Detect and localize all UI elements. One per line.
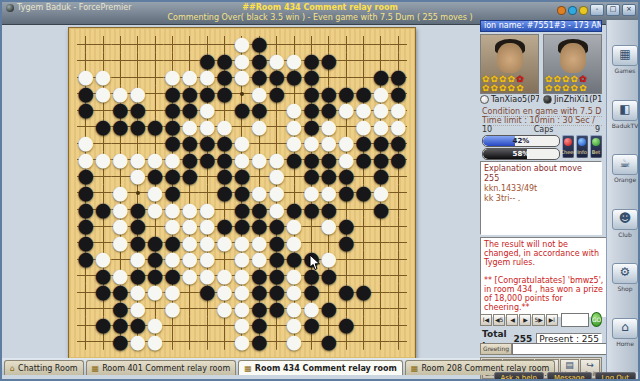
board-cell[interactable]: ● xyxy=(94,201,111,218)
board-cell[interactable]: ● xyxy=(164,102,181,119)
board-cell[interactable]: ● xyxy=(268,251,285,268)
board-cell[interactable]: ● xyxy=(233,102,250,119)
board-cell[interactable]: ● xyxy=(199,102,216,119)
minimize-button[interactable]: - xyxy=(590,4,604,16)
board-cell[interactable] xyxy=(164,317,181,334)
nav-button[interactable]: ▶l xyxy=(546,314,558,326)
board-cell[interactable]: ● xyxy=(251,317,268,334)
board-cell[interactable] xyxy=(390,168,407,185)
board-cell[interactable]: ● xyxy=(285,69,302,86)
board-cell[interactable] xyxy=(77,119,94,136)
board-cell[interactable] xyxy=(390,267,407,284)
board-cell[interactable]: ● xyxy=(94,119,111,136)
board-cell[interactable] xyxy=(146,135,163,152)
orb-icon[interactable] xyxy=(568,6,577,15)
key-icon[interactable] xyxy=(579,6,588,15)
board-cell[interactable]: ● xyxy=(320,119,337,136)
board-cell[interactable]: ● xyxy=(338,185,355,202)
board-cell[interactable] xyxy=(320,284,337,301)
board-cell[interactable] xyxy=(355,300,372,317)
board-cell[interactable] xyxy=(285,185,302,202)
board-cell[interactable] xyxy=(216,102,233,119)
board-cell[interactable]: ● xyxy=(303,135,320,152)
board-cell[interactable] xyxy=(320,36,337,53)
board-cell[interactable]: ● xyxy=(112,201,129,218)
board-cell[interactable]: ● xyxy=(233,333,250,350)
board-cell[interactable]: ● xyxy=(112,234,129,251)
board-cell[interactable] xyxy=(164,53,181,70)
board-cell[interactable]: ● xyxy=(112,284,129,301)
board-cell[interactable]: ● xyxy=(77,251,94,268)
board-cell[interactable]: ● xyxy=(164,69,181,86)
board-cell[interactable] xyxy=(129,69,146,86)
board-cell[interactable] xyxy=(390,53,407,70)
board-cell[interactable] xyxy=(94,102,111,119)
board-cell[interactable]: ● xyxy=(303,201,320,218)
board-cell[interactable]: ● xyxy=(320,185,337,202)
board-cell[interactable]: ● xyxy=(216,185,233,202)
board-cell[interactable]: ● xyxy=(146,284,163,301)
board-cell[interactable] xyxy=(181,284,198,301)
board-cell[interactable]: ● xyxy=(77,168,94,185)
board-cell[interactable]: ● xyxy=(251,185,268,202)
board-cell[interactable] xyxy=(146,53,163,70)
board-cell[interactable] xyxy=(233,86,250,103)
board-cell[interactable]: ● xyxy=(199,234,216,251)
board-cell[interactable]: ● xyxy=(268,152,285,169)
board-cell[interactable] xyxy=(199,317,216,334)
board-cell[interactable] xyxy=(372,53,389,70)
board-cell[interactable]: ● xyxy=(285,267,302,284)
board-cell[interactable] xyxy=(94,168,111,185)
board-cell[interactable]: ● xyxy=(129,251,146,268)
board-cell[interactable] xyxy=(390,284,407,301)
board-cell[interactable] xyxy=(372,218,389,235)
board-cell[interactable]: ● xyxy=(390,119,407,136)
board-cell[interactable]: ● xyxy=(146,251,163,268)
board-cell[interactable]: ● xyxy=(216,300,233,317)
board-cell[interactable]: ● xyxy=(233,135,250,152)
board-cell[interactable] xyxy=(199,168,216,185)
board-cell[interactable]: ● xyxy=(216,234,233,251)
board-cell[interactable] xyxy=(338,201,355,218)
board-cell[interactable]: ● xyxy=(268,300,285,317)
board-cell[interactable] xyxy=(372,284,389,301)
board-cell[interactable] xyxy=(320,69,337,86)
toolbar-item-baduktv[interactable]: ◧BadukTV xyxy=(612,100,639,129)
cheer-button[interactable]: Cheer xyxy=(562,135,574,158)
board-cell[interactable] xyxy=(77,267,94,284)
board-cell[interactable] xyxy=(94,333,111,350)
board-cell[interactable]: ● xyxy=(129,218,146,235)
board-cell[interactable] xyxy=(355,53,372,70)
board-cell[interactable] xyxy=(268,333,285,350)
board-cell[interactable] xyxy=(355,36,372,53)
board-cell[interactable] xyxy=(216,317,233,334)
board-cell[interactable] xyxy=(112,135,129,152)
board-cell[interactable]: ● xyxy=(251,300,268,317)
board-cell[interactable]: ● xyxy=(338,218,355,235)
nav-button[interactable]: 5▶ xyxy=(532,314,544,326)
board-cell[interactable] xyxy=(77,53,94,70)
toolbar-item-shop[interactable]: ⚙Shop xyxy=(612,263,638,292)
board-cell[interactable]: ● xyxy=(216,69,233,86)
board-cell[interactable] xyxy=(390,234,407,251)
board-cell[interactable]: ● xyxy=(181,251,198,268)
board-cell[interactable] xyxy=(355,168,372,185)
board-cell[interactable]: ● xyxy=(164,267,181,284)
board-cell[interactable]: ● xyxy=(233,185,250,202)
board-cell[interactable]: ● xyxy=(320,251,337,268)
board-cell[interactable]: ● xyxy=(181,168,198,185)
board-cell[interactable] xyxy=(268,317,285,334)
board-cell[interactable]: ● xyxy=(129,152,146,169)
board-cell[interactable]: ● xyxy=(285,333,302,350)
board-cell[interactable] xyxy=(268,135,285,152)
board-cell[interactable] xyxy=(216,36,233,53)
move-number-input[interactable] xyxy=(561,313,589,327)
board-cell[interactable]: ● xyxy=(112,152,129,169)
board-cell[interactable]: ● xyxy=(251,53,268,70)
board-cell[interactable]: ● xyxy=(372,168,389,185)
board-cell[interactable] xyxy=(129,185,146,202)
nav-button[interactable]: ▶ xyxy=(519,314,531,326)
board-cell[interactable] xyxy=(94,36,111,53)
board-cell[interactable]: ● xyxy=(181,152,198,169)
board-cell[interactable]: ● xyxy=(181,218,198,235)
board-cell[interactable] xyxy=(94,300,111,317)
board-cell[interactable]: ● xyxy=(303,267,320,284)
board-cell[interactable]: ● xyxy=(199,284,216,301)
board-cell[interactable] xyxy=(268,36,285,53)
board-cell[interactable]: ● xyxy=(233,218,250,235)
board-cell[interactable] xyxy=(390,317,407,334)
board-cell[interactable]: ● xyxy=(355,185,372,202)
close-button[interactable]: × xyxy=(622,4,636,16)
tab-room-401-comment-relay-room[interactable]: ▦Room 401 Comment relay room xyxy=(86,360,237,375)
board-cell[interactable] xyxy=(338,267,355,284)
board-cell[interactable]: ● xyxy=(303,53,320,70)
board-cell[interactable]: ● xyxy=(390,152,407,169)
nav-button[interactable]: ◀ xyxy=(506,314,518,326)
board-cell[interactable]: ● xyxy=(216,218,233,235)
board-cell[interactable]: ● xyxy=(285,135,302,152)
board-cell[interactable]: ● xyxy=(233,69,250,86)
board-cell[interactable]: ● xyxy=(251,267,268,284)
board-cell[interactable] xyxy=(390,36,407,53)
greeting-dropdown[interactable]: Greeting xyxy=(480,343,512,355)
board-cell[interactable] xyxy=(338,251,355,268)
board-cell[interactable]: ● xyxy=(251,86,268,103)
board-cell[interactable] xyxy=(181,185,198,202)
board-cell[interactable]: ● xyxy=(390,135,407,152)
board-cell[interactable]: ● xyxy=(355,86,372,103)
board-cell[interactable] xyxy=(251,135,268,152)
board-cell[interactable]: ● xyxy=(94,284,111,301)
board-cell[interactable] xyxy=(355,218,372,235)
board-cell[interactable]: ● xyxy=(320,333,337,350)
board-cell[interactable] xyxy=(355,267,372,284)
board-cell[interactable] xyxy=(355,234,372,251)
board-cell[interactable]: ● xyxy=(129,284,146,301)
board-cell[interactable]: ● xyxy=(199,201,216,218)
board-cell[interactable]: ● xyxy=(338,168,355,185)
board-cell[interactable] xyxy=(146,86,163,103)
board-cell[interactable] xyxy=(146,36,163,53)
board-cell[interactable]: ● xyxy=(216,267,233,284)
board-cell[interactable] xyxy=(77,36,94,53)
board-cell[interactable]: ● xyxy=(268,86,285,103)
board-cell[interactable]: ● xyxy=(320,135,337,152)
maximize-button[interactable]: □ xyxy=(606,4,620,16)
board-cell[interactable]: ● xyxy=(268,218,285,235)
board-cell[interactable]: ● xyxy=(129,267,146,284)
board-cell[interactable]: ● xyxy=(355,102,372,119)
board-cell[interactable]: ● xyxy=(233,168,250,185)
board-cell[interactable]: ● xyxy=(320,152,337,169)
board-cell[interactable] xyxy=(146,218,163,235)
board-cell[interactable]: ● xyxy=(303,69,320,86)
board-cell[interactable] xyxy=(372,300,389,317)
board-cell[interactable] xyxy=(112,251,129,268)
board-cell[interactable]: ● xyxy=(285,152,302,169)
board-cell[interactable] xyxy=(129,135,146,152)
board-cell[interactable]: ● xyxy=(338,284,355,301)
board-cell[interactable]: ● xyxy=(112,102,129,119)
board-cell[interactable] xyxy=(129,53,146,70)
board-cell[interactable] xyxy=(112,36,129,53)
board-cell[interactable]: ● xyxy=(216,284,233,301)
board-cell[interactable]: ● xyxy=(129,317,146,334)
board-cell[interactable]: ● xyxy=(268,267,285,284)
board-cell[interactable]: ● xyxy=(129,86,146,103)
board-cell[interactable]: ● xyxy=(285,119,302,136)
board-cell[interactable]: ● xyxy=(146,201,163,218)
board-cell[interactable]: ● xyxy=(268,168,285,185)
board-cell[interactable] xyxy=(355,201,372,218)
board-cell[interactable]: ● xyxy=(181,267,198,284)
board-cell[interactable] xyxy=(199,333,216,350)
board-cell[interactable] xyxy=(199,36,216,53)
board-cell[interactable] xyxy=(303,36,320,53)
board-cell[interactable]: ● xyxy=(164,234,181,251)
board-cell[interactable] xyxy=(94,185,111,202)
board-cell[interactable]: ● xyxy=(320,53,337,70)
board-cell[interactable]: ● xyxy=(372,86,389,103)
board-cell[interactable] xyxy=(303,218,320,235)
board-cell[interactable]: ● xyxy=(164,201,181,218)
board-cell[interactable]: ● xyxy=(268,284,285,301)
board-cell[interactable] xyxy=(338,300,355,317)
board-cell[interactable]: ● xyxy=(251,152,268,169)
board-cell[interactable]: ● xyxy=(233,53,250,70)
board-cell[interactable]: ● xyxy=(320,300,337,317)
board-cell[interactable]: ● xyxy=(94,251,111,268)
board-cell[interactable] xyxy=(216,201,233,218)
board-cell[interactable] xyxy=(320,317,337,334)
board-cell[interactable]: ● xyxy=(199,53,216,70)
board-cell[interactable]: ● xyxy=(94,152,111,169)
board-cell[interactable]: ● xyxy=(233,152,250,169)
board-cell[interactable] xyxy=(338,69,355,86)
board-cell[interactable]: ● xyxy=(285,53,302,70)
board-cell[interactable] xyxy=(77,300,94,317)
go-button[interactable]: GO xyxy=(591,312,602,327)
board-cell[interactable]: ● xyxy=(338,152,355,169)
board-cell[interactable]: ● xyxy=(199,135,216,152)
board-cell[interactable]: ● xyxy=(372,201,389,218)
board-cell[interactable]: ● xyxy=(251,102,268,119)
board-cell[interactable]: ● xyxy=(285,284,302,301)
board-cell[interactable]: ● xyxy=(372,119,389,136)
board-cell[interactable]: ● xyxy=(320,168,337,185)
board-cell[interactable] xyxy=(338,333,355,350)
board-cell[interactable] xyxy=(320,234,337,251)
board-cell[interactable] xyxy=(372,36,389,53)
board-cell[interactable]: ● xyxy=(129,333,146,350)
board-cell[interactable]: ● xyxy=(233,317,250,334)
board-cell[interactable]: ● xyxy=(320,102,337,119)
skin-icon[interactable] xyxy=(557,6,566,15)
board-cell[interactable]: ● xyxy=(146,317,163,334)
board-cell[interactable]: ● xyxy=(372,135,389,152)
board-cell[interactable]: ● xyxy=(320,218,337,235)
board-cell[interactable]: ● xyxy=(338,135,355,152)
board-cell[interactable]: ● xyxy=(129,234,146,251)
board-cell[interactable]: ● xyxy=(77,102,94,119)
board-cell[interactable]: ● xyxy=(164,86,181,103)
board-cell[interactable] xyxy=(372,333,389,350)
board-cell[interactable]: ● xyxy=(233,201,250,218)
board-cell[interactable] xyxy=(390,333,407,350)
board-cell[interactable]: ● xyxy=(94,69,111,86)
board-cell[interactable]: ● xyxy=(216,86,233,103)
board-cell[interactable]: ● xyxy=(199,152,216,169)
board-cell[interactable]: ● xyxy=(233,251,250,268)
board-cell[interactable]: ● xyxy=(181,135,198,152)
board-cell[interactable]: ● xyxy=(233,234,250,251)
nav-button[interactable]: l◀ xyxy=(480,314,492,326)
board-cell[interactable] xyxy=(94,53,111,70)
board-cell[interactable] xyxy=(146,102,163,119)
board-cell[interactable]: ● xyxy=(199,251,216,268)
board-cell[interactable]: ● xyxy=(94,317,111,334)
board-cell[interactable] xyxy=(355,251,372,268)
board-cell[interactable]: ● xyxy=(164,284,181,301)
board-cell[interactable] xyxy=(94,135,111,152)
message-button[interactable]: Message xyxy=(547,372,592,381)
board-cell[interactable]: ● xyxy=(164,300,181,317)
board-cell[interactable]: ● xyxy=(216,152,233,169)
toolbar-item-games[interactable]: ▦Games xyxy=(612,45,638,74)
board-cell[interactable]: ● xyxy=(390,86,407,103)
tab-room-434-comment-relay-room[interactable]: ▦Room 434 Comment relay room xyxy=(238,360,403,375)
board-cell[interactable] xyxy=(77,284,94,301)
board-cell[interactable]: ● xyxy=(233,284,250,301)
board-cell[interactable] xyxy=(355,333,372,350)
board-cell[interactable]: ● xyxy=(146,234,163,251)
board-cell[interactable]: ● xyxy=(251,201,268,218)
board-cell[interactable]: ● xyxy=(251,36,268,53)
board-cell[interactable]: ● xyxy=(181,69,198,86)
board-cell[interactable] xyxy=(303,333,320,350)
board-cell[interactable] xyxy=(251,168,268,185)
board-cell[interactable]: ● xyxy=(233,36,250,53)
board-cell[interactable] xyxy=(181,36,198,53)
board-cell[interactable]: ● xyxy=(199,86,216,103)
board-cell[interactable] xyxy=(164,333,181,350)
board-cell[interactable]: ● xyxy=(164,185,181,202)
board-cell[interactable] xyxy=(355,69,372,86)
board-cell[interactable]: ● xyxy=(146,168,163,185)
board-cell[interactable]: ● xyxy=(77,69,94,86)
board-cell[interactable]: ● xyxy=(251,69,268,86)
board-cell[interactable]: ● xyxy=(164,119,181,136)
board-cell[interactable]: ● xyxy=(129,201,146,218)
board-cell[interactable] xyxy=(181,53,198,70)
board-cell[interactable]: ● xyxy=(320,267,337,284)
board-cell[interactable] xyxy=(199,185,216,202)
board-cell[interactable]: ● xyxy=(268,234,285,251)
board-cell[interactable] xyxy=(338,119,355,136)
board-cell[interactable] xyxy=(129,36,146,53)
board-cell[interactable] xyxy=(390,300,407,317)
board-cell[interactable] xyxy=(233,119,250,136)
board-cell[interactable]: ● xyxy=(303,152,320,169)
board-cell[interactable]: ● xyxy=(77,218,94,235)
board-cell[interactable]: ● xyxy=(164,152,181,169)
board-cell[interactable]: ● xyxy=(112,267,129,284)
board-cell[interactable] xyxy=(390,218,407,235)
board-cell[interactable]: ● xyxy=(355,119,372,136)
board-cell[interactable] xyxy=(372,251,389,268)
board-cell[interactable]: ● xyxy=(216,119,233,136)
tab-chatting-room[interactable]: ⌂Chatting Room xyxy=(4,360,84,375)
board-cell[interactable]: ● xyxy=(303,284,320,301)
board-cell[interactable]: ● xyxy=(303,251,320,268)
board-cell[interactable] xyxy=(216,333,233,350)
board-cell[interactable]: ● xyxy=(285,218,302,235)
board-cell[interactable]: ● xyxy=(303,185,320,202)
board-cell[interactable]: ● xyxy=(216,168,233,185)
board-cell[interactable] xyxy=(146,69,163,86)
board-cell[interactable]: ● xyxy=(112,300,129,317)
toolbar-item-home[interactable]: ⌂Home xyxy=(612,318,638,347)
board-cell[interactable]: ● xyxy=(303,300,320,317)
board-cell[interactable]: ● xyxy=(303,168,320,185)
board-cell[interactable]: ● xyxy=(164,168,181,185)
board-cell[interactable]: ● xyxy=(77,86,94,103)
board-cell[interactable] xyxy=(338,36,355,53)
board-cell[interactable]: ● xyxy=(285,201,302,218)
board-cell[interactable]: ● xyxy=(181,201,198,218)
nav-button[interactable]: ◀5 xyxy=(493,314,505,326)
board-cell[interactable]: ● xyxy=(338,234,355,251)
board-cell[interactable]: ● xyxy=(77,201,94,218)
board-cell[interactable]: ● xyxy=(233,300,250,317)
board-cell[interactable]: ● xyxy=(146,267,163,284)
board-cell[interactable]: ● xyxy=(146,185,163,202)
board-cell[interactable]: ● xyxy=(338,317,355,334)
board-cell[interactable]: ● xyxy=(320,201,337,218)
board-cell[interactable] xyxy=(94,218,111,235)
board-cell[interactable] xyxy=(181,333,198,350)
board-cell[interactable]: ● xyxy=(251,251,268,268)
board-cell[interactable] xyxy=(285,36,302,53)
board-cell[interactable]: ● xyxy=(181,119,198,136)
board-cell[interactable]: ● xyxy=(112,218,129,235)
board-cell[interactable]: ● xyxy=(94,86,111,103)
